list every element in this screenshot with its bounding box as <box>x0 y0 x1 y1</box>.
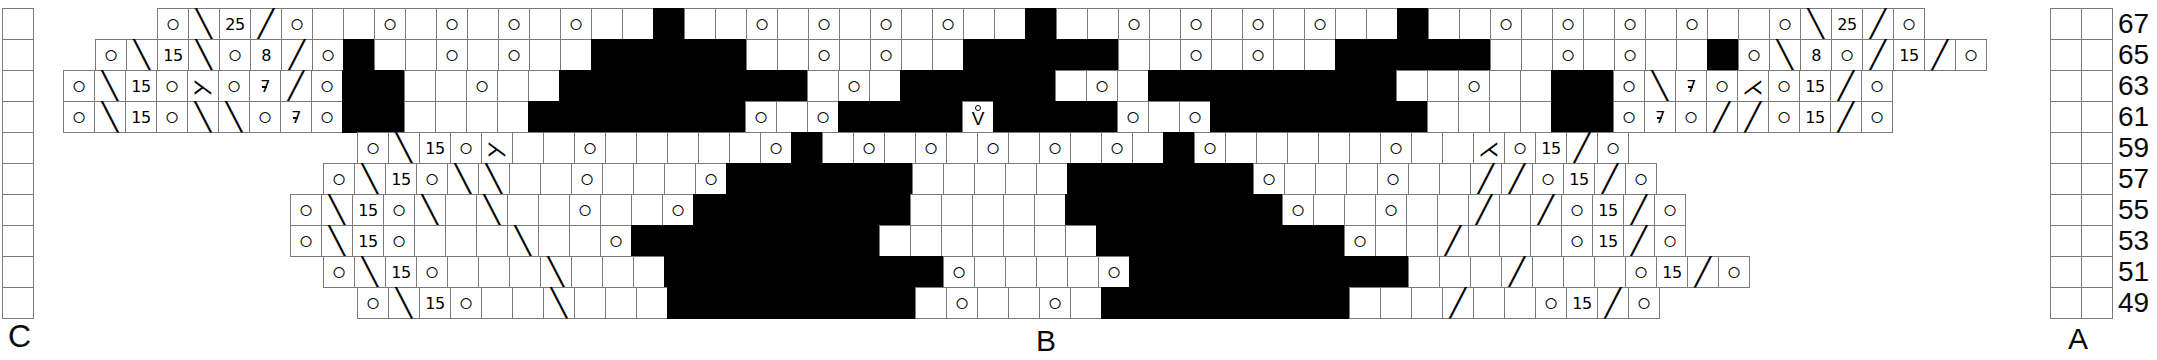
chart-cell <box>467 39 499 71</box>
chart-cell <box>1225 132 1257 164</box>
chart-cell <box>946 132 978 164</box>
yarn-over-cell: ○ <box>1706 70 1738 102</box>
yarn-over-cell: ○ <box>600 225 632 257</box>
decrease-cell: ╱ <box>281 39 313 71</box>
chart-row-63: ○╲15○⋋○7╱○○○○○○╲7○⋌○15╱○ <box>63 70 1893 102</box>
row-number-51: 51 <box>2118 256 2149 288</box>
no-stitch-cell <box>786 225 818 257</box>
chart-cell <box>1442 132 1474 164</box>
chart-cell <box>543 132 575 164</box>
no-stitch-cell <box>1160 256 1192 288</box>
no-stitch-cell <box>1334 70 1366 102</box>
edge-cell <box>2081 70 2113 102</box>
yarn-over-cell: ○ <box>1861 101 1893 133</box>
yarn-over-cell: ○ <box>1458 70 1490 102</box>
edge-cell <box>2050 256 2082 288</box>
edge-cell <box>2081 39 2113 71</box>
edge-cell <box>2081 163 2113 195</box>
no-stitch-cell <box>1551 101 1583 133</box>
no-stitch-cell <box>786 194 818 226</box>
chart-cell <box>1408 256 1440 288</box>
edge-cell <box>2 287 34 319</box>
chart-cell <box>972 225 1004 257</box>
yarn-over-cell: ○ <box>870 8 902 40</box>
yarn-over-cell: ○ <box>943 256 975 288</box>
chart-cell <box>1366 8 1398 40</box>
chart-cell <box>729 132 761 164</box>
chart-cell <box>1313 194 1345 226</box>
chart-cell <box>869 70 901 102</box>
no-stitch-cell <box>900 70 932 102</box>
yarn-over-cell: ○ <box>1613 101 1645 133</box>
no-stitch-cell <box>931 70 963 102</box>
chart-cell <box>1428 8 1460 40</box>
yarn-over-cell: ○ <box>156 101 188 133</box>
yarn-over-cell: ○ <box>156 70 188 102</box>
no-stitch-cell <box>757 256 789 288</box>
decrease-cell: ╱ <box>1706 101 1738 133</box>
chart-cell <box>822 132 854 164</box>
chart-cell <box>312 8 344 40</box>
count-cell: 8 <box>1800 39 1832 71</box>
no-stitch-cell <box>729 287 761 319</box>
count-cell: 7 <box>1644 101 1676 133</box>
section-label-a: A <box>2068 322 2088 356</box>
chart-cell <box>1087 8 1119 40</box>
no-stitch-cell <box>1582 70 1614 102</box>
no-stitch-cell <box>881 163 913 195</box>
chart-cell <box>1003 194 1035 226</box>
chart-cell <box>1468 225 1500 257</box>
no-stitch-cell <box>726 256 758 288</box>
edge-cell <box>2050 194 2082 226</box>
no-stitch-cell <box>1127 225 1159 257</box>
chart-cell <box>1349 132 1381 164</box>
decrease-cell: ╱ <box>280 70 312 102</box>
edge-cell <box>2 194 34 226</box>
no-stitch-cell <box>664 256 696 288</box>
count-cell: 15 <box>1563 163 1595 195</box>
no-stitch-cell <box>1335 39 1367 71</box>
yarn-over-cell: ○ <box>1504 132 1536 164</box>
chart-cell <box>912 163 944 195</box>
no-stitch-cell <box>879 194 911 226</box>
chart-cell <box>1427 70 1459 102</box>
yarn-over-cell: ○ <box>312 39 344 71</box>
no-stitch-cell <box>667 287 699 319</box>
yarn-over-cell: ○ <box>808 8 840 40</box>
chart-cell <box>1439 163 1471 195</box>
yarn-over-cell: ○ <box>416 163 448 195</box>
decrease-cell: ╱ <box>1737 101 1769 133</box>
chart-cell <box>633 256 665 288</box>
chart-cell <box>529 39 561 71</box>
chart-cell <box>1375 225 1407 257</box>
no-stitch-cell <box>850 256 882 288</box>
yarn-over-cell: ○ <box>63 101 95 133</box>
chart-cell <box>1036 256 1068 288</box>
edge-cell <box>2050 39 2082 71</box>
no-stitch-cell <box>559 101 591 133</box>
count-cell: 8 <box>250 39 282 71</box>
no-stitch-cell <box>1318 287 1350 319</box>
a-block-col1 <box>2050 8 2082 319</box>
yarn-over-cell: ○ <box>1768 101 1800 133</box>
yarn-over-cell: ○ <box>1675 101 1707 133</box>
no-stitch-cell <box>1377 256 1409 288</box>
decrease-cell: ╲ <box>126 39 158 71</box>
edge-cell <box>2081 8 2113 40</box>
no-stitch-cell <box>1056 39 1088 71</box>
chart-cell <box>538 225 570 257</box>
no-stitch-cell <box>881 256 913 288</box>
chart-cell <box>667 132 699 164</box>
yarn-over-cell: ○ <box>1086 70 1118 102</box>
yarn-over-cell: ○ <box>450 287 482 319</box>
yarn-over-cell: ○ <box>1625 163 1657 195</box>
chart-cell <box>414 225 446 257</box>
chart-cell <box>1056 8 1088 40</box>
chart-cell <box>467 8 499 40</box>
no-stitch-cell <box>850 163 882 195</box>
yarn-over-cell: ○ <box>1625 256 1657 288</box>
yarn-over-cell: ○ <box>450 132 482 164</box>
no-stitch-cell <box>1098 163 1130 195</box>
decrease-cell: ╱ <box>250 8 282 40</box>
no-stitch-cell <box>714 70 746 102</box>
chart-cell <box>1473 287 1505 319</box>
yarn-over-cell: ○ <box>1768 70 1800 102</box>
no-stitch-cell <box>1251 225 1283 257</box>
row-number-63: 63 <box>2118 70 2149 102</box>
count-cell: 15 <box>125 70 157 102</box>
no-stitch-cell <box>788 163 820 195</box>
no-stitch-cell <box>698 287 730 319</box>
row-number-57: 57 <box>2118 163 2149 195</box>
yarn-over-cell: ○ <box>498 8 530 40</box>
no-stitch-cell <box>819 163 851 195</box>
row-number-65: 65 <box>2118 39 2149 71</box>
chart-cell <box>1117 70 1149 102</box>
count-cell: 15 <box>125 101 157 133</box>
chart-cell <box>1211 39 1243 71</box>
decrease-cell: ╲ <box>354 256 386 288</box>
no-stitch-cell <box>755 225 787 257</box>
chart-cell <box>1284 163 1316 195</box>
chart-cell <box>404 101 436 133</box>
yarn-over-cell: ○ <box>1344 225 1376 257</box>
no-stitch-cell <box>590 101 622 133</box>
chart-cell <box>1318 132 1350 164</box>
no-stitch-cell <box>1284 256 1316 288</box>
chart-cell <box>1738 8 1770 40</box>
no-stitch-cell <box>963 39 995 71</box>
no-stitch-cell <box>1096 225 1128 257</box>
yarn-over-cell: ○ <box>946 287 978 319</box>
no-stitch-cell <box>652 101 684 133</box>
edge-cell <box>2050 163 2082 195</box>
no-stitch-cell <box>760 287 792 319</box>
no-stitch-cell <box>621 101 653 133</box>
chart-cell <box>963 8 995 40</box>
chart-cell <box>1005 256 1037 288</box>
chart-cell <box>405 39 437 71</box>
decrease-cell: ╱ <box>1468 194 1500 226</box>
chart-cell <box>1008 287 1040 319</box>
chart-cell <box>715 8 747 40</box>
edge-cell <box>2 39 34 71</box>
chart-cell <box>445 194 477 226</box>
yarn-over-cell: ○ <box>383 194 415 226</box>
decrease-cell: ╲ <box>507 225 539 257</box>
count-cell: 15 <box>419 132 451 164</box>
no-stitch-cell <box>1334 101 1366 133</box>
yarn-over-cell: ○ <box>1614 8 1646 40</box>
no-stitch-cell <box>1225 287 1257 319</box>
count-cell: 25 <box>1831 8 1863 40</box>
chart-cell <box>943 163 975 195</box>
no-stitch-cell <box>1160 163 1192 195</box>
no-stitch-cell <box>848 194 880 226</box>
no-stitch-cell <box>726 163 758 195</box>
chart-cell <box>600 194 632 226</box>
chart-cell <box>435 101 467 133</box>
no-stitch-cell <box>1272 101 1304 133</box>
chart-cell <box>1008 132 1040 164</box>
chart-cell <box>569 225 601 257</box>
chart-cell <box>1504 287 1536 319</box>
chart-row-59: ○╲15○⋋○○○○○○○○○⋌○15╱○ <box>357 132 1629 164</box>
chart-cell <box>1406 225 1438 257</box>
yarn-over-cell: ○ <box>1893 8 1925 40</box>
no-stitch-cell <box>559 70 591 102</box>
edge-cell <box>2 225 34 257</box>
count-cell: 15 <box>1893 39 1925 71</box>
chart-row-55: ○╲15○╲╲○○○○╱╱○15╱○ <box>290 194 1686 226</box>
no-stitch-cell <box>1132 287 1164 319</box>
no-stitch-cell <box>1315 256 1347 288</box>
chart-cell <box>941 194 973 226</box>
edge-cell <box>2 70 34 102</box>
chart-cell <box>1470 256 1502 288</box>
chart-cell <box>910 194 942 226</box>
no-stitch-cell <box>1222 256 1254 288</box>
no-stitch-cell <box>1179 70 1211 102</box>
chart-cell <box>1427 101 1459 133</box>
chart-cell <box>374 39 406 71</box>
no-stitch-cell <box>1210 101 1242 133</box>
chart-cell <box>538 194 570 226</box>
yarn-over-cell: ○ <box>870 39 902 71</box>
yarn-over-cell: ○ <box>1535 287 1567 319</box>
no-stitch-cell <box>591 39 623 71</box>
row-number-61: 61 <box>2118 101 2149 133</box>
chart-cell <box>1645 8 1677 40</box>
no-stitch-cell <box>994 39 1026 71</box>
yarn-over-cell: ○ <box>1098 256 1130 288</box>
count-cell: 15 <box>352 194 384 226</box>
chart-cell <box>529 8 561 40</box>
decrease-cell: ╱ <box>1924 39 1956 71</box>
yarn-over-cell: ○ <box>1738 39 1770 71</box>
chart-cell <box>509 256 541 288</box>
yarn-over-cell: ○ <box>760 132 792 164</box>
edge-cell <box>2 101 34 133</box>
decrease-cell: ╲ <box>188 8 220 40</box>
yarn-over-cell: ○ <box>290 225 322 257</box>
count-cell: 15 <box>419 287 451 319</box>
no-stitch-cell <box>869 101 901 133</box>
yarn-over-cell: ○ <box>1039 132 1071 164</box>
decrease-cell: ╲ <box>187 101 219 133</box>
no-stitch-cell <box>622 39 654 71</box>
chart-cell <box>1349 287 1381 319</box>
decrease-cell: ╱ <box>1437 225 1469 257</box>
yarn-over-cell: ○ <box>466 70 498 102</box>
edge-cell <box>2050 287 2082 319</box>
no-stitch-cell <box>1256 287 1288 319</box>
chart-row-57: ○╲15○╲╲○○○○╱╱○15╱○ <box>323 163 1657 195</box>
count-cell: 7 <box>1675 70 1707 102</box>
chart-cell <box>622 8 654 40</box>
no-stitch-cell <box>822 287 854 319</box>
decrease-cell: ╱ <box>1830 101 1862 133</box>
yarn-over-cell: ○ <box>1561 194 1593 226</box>
chart-cell <box>631 194 663 226</box>
chart-cell <box>1055 70 1087 102</box>
edge-cell <box>2050 101 2082 133</box>
decrease-cell: ╱ <box>1530 194 1562 226</box>
decrease-cell: ╱ <box>1623 225 1655 257</box>
chart-cell <box>684 8 716 40</box>
yarn-over-cell: ○ <box>569 194 601 226</box>
chart-cell <box>1520 101 1552 133</box>
yarn-over-cell: ○ <box>1180 8 1212 40</box>
section-label-b: B <box>1036 324 1056 358</box>
yarn-over-cell: ○ <box>838 70 870 102</box>
edge-cell <box>2 132 34 164</box>
chart-cell <box>636 287 668 319</box>
yarn-over-cell: ○ <box>1375 194 1407 226</box>
decrease-cell: ╲ <box>478 163 510 195</box>
decrease-cell: ╱ <box>1862 39 1894 71</box>
chart-cell <box>1036 163 1068 195</box>
no-stitch-cell <box>1551 70 1583 102</box>
yarn-over-cell: ○ <box>1597 132 1629 164</box>
decrease-cell: ╲ <box>321 194 353 226</box>
decrease-cell: ╲ <box>1769 39 1801 71</box>
no-stitch-cell <box>1251 194 1283 226</box>
chart-cell <box>994 8 1026 40</box>
yarn-over-cell: ○ <box>695 163 727 195</box>
no-stitch-cell <box>1241 70 1273 102</box>
chart-cell <box>1380 287 1412 319</box>
no-stitch-cell <box>342 70 374 102</box>
yarn-over-cell: ○ <box>1654 194 1686 226</box>
decrease-cell: ⋋ <box>481 132 513 164</box>
chart-cell <box>512 132 544 164</box>
no-stitch-cell <box>631 225 663 257</box>
count-cell: 25 <box>219 8 251 40</box>
no-stitch-cell <box>1346 256 1378 288</box>
chart-cell <box>509 163 541 195</box>
chart-cell <box>910 225 942 257</box>
no-stitch-cell <box>993 101 1025 133</box>
yarn-over-cell: ○ <box>1179 101 1211 133</box>
chart-cell <box>343 8 375 40</box>
chart-cell <box>1408 163 1440 195</box>
no-stitch-cell <box>590 70 622 102</box>
yarn-over-cell: ○ <box>1613 70 1645 102</box>
yarn-over-cell: ○ <box>745 101 777 133</box>
chart-cell <box>512 287 544 319</box>
yarn-over-cell: ○ <box>95 39 127 71</box>
no-stitch-cell <box>912 256 944 288</box>
edge-cell <box>2050 8 2082 40</box>
yarn-over-cell: ○ <box>1552 8 1584 40</box>
no-stitch-cell <box>1055 101 1087 133</box>
yarn-over-cell: ○ <box>1552 39 1584 71</box>
no-stitch-cell <box>1397 8 1429 40</box>
decrease-cell: ╲ <box>388 287 420 319</box>
chart-cell <box>932 39 964 71</box>
yarn-over-cell: ○ <box>1861 70 1893 102</box>
yarn-over-cell: ○ <box>436 8 468 40</box>
chart-cell <box>1520 70 1552 102</box>
a-block-col2 <box>2081 8 2113 319</box>
chart-cell <box>478 256 510 288</box>
no-stitch-cell <box>1253 256 1285 288</box>
no-stitch-cell <box>900 101 932 133</box>
chart-cell <box>636 132 668 164</box>
chart-row-61: ○╲15○╲╲○7○○○V○○○7○╱╱○15╱○ <box>63 101 1893 133</box>
no-stitch-cell <box>1303 70 1335 102</box>
no-stitch-cell <box>1222 163 1254 195</box>
chart-cell <box>497 101 529 133</box>
yarn-over-cell: ○ <box>1253 163 1285 195</box>
decrease-cell: ╲ <box>321 225 353 257</box>
chart-cell <box>1304 39 1336 71</box>
decrease-cell: ╲ <box>447 163 479 195</box>
yarn-over-cell: ○ <box>436 39 468 71</box>
no-stitch-cell <box>884 287 916 319</box>
edge-cell <box>2081 132 2113 164</box>
chart-cell <box>1583 39 1615 71</box>
yarn-over-cell: ○ <box>560 8 592 40</box>
chart-cell <box>476 225 508 257</box>
chart-cell <box>1335 8 1367 40</box>
no-stitch-cell <box>1220 225 1252 257</box>
yarn-over-cell: ○ <box>932 8 964 40</box>
yarn-over-cell: ○ <box>249 101 281 133</box>
no-stitch-cell <box>1067 163 1099 195</box>
yarn-over-cell: ○ <box>571 163 603 195</box>
chart-row-67: ○╲25╱○○○○○○○○○○○○○○○○○○╲25╱○ <box>157 8 1925 40</box>
chart-row-51: ○╲15○╲○○╱○15╱○ <box>323 256 1750 288</box>
yarn-over-cell: ○ <box>1831 39 1863 71</box>
no-stitch-cell <box>1129 163 1161 195</box>
chart-cell <box>1676 39 1708 71</box>
chart-cell <box>1287 132 1319 164</box>
no-stitch-cell <box>343 39 375 71</box>
chart-cell <box>1521 8 1553 40</box>
chart-cell <box>602 256 634 288</box>
yarn-over-cell: ○ <box>1039 287 1071 319</box>
chart-cell <box>574 287 606 319</box>
no-stitch-cell <box>1189 225 1221 257</box>
no-stitch-cell <box>528 101 560 133</box>
no-stitch-cell <box>1428 39 1460 71</box>
